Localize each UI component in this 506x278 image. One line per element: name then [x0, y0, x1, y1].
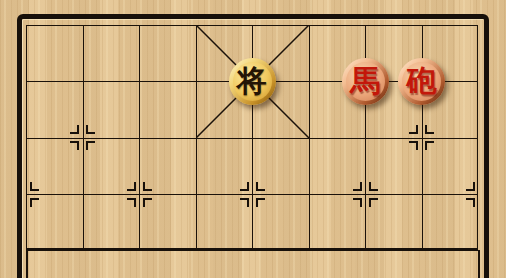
piece-glyph: 砲 — [407, 66, 437, 96]
piece-glyph: 将 — [237, 66, 267, 96]
piece-horse[interactable]: 馬 — [342, 58, 389, 105]
xiangqi-board: 将馬砲 — [0, 0, 506, 278]
board-cell[interactable] — [139, 25, 196, 82]
right-file-river-line — [478, 250, 480, 278]
piece-cannon[interactable]: 砲 — [398, 58, 445, 105]
piece-general[interactable]: 将 — [229, 58, 276, 105]
piece-face: 馬 — [346, 62, 385, 101]
piece-face: 砲 — [402, 62, 441, 101]
piece-face: 将 — [233, 62, 272, 101]
board-cell[interactable] — [139, 81, 196, 138]
board-cell[interactable] — [26, 25, 83, 82]
piece-glyph: 馬 — [350, 66, 380, 96]
river — [27, 253, 478, 278]
board-cell[interactable] — [83, 25, 140, 82]
